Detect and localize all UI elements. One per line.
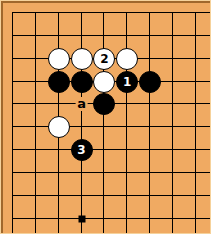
star-point — [78, 215, 85, 222]
black-stone — [48, 71, 70, 93]
board-intersection — [103, 149, 126, 172]
board-intersection — [126, 103, 149, 126]
board-intersection — [172, 81, 195, 104]
board-intersection — [172, 195, 195, 218]
board-intersection — [172, 12, 195, 35]
board-intersection — [12, 172, 35, 195]
board-intersection — [35, 172, 58, 195]
board-intersection — [172, 218, 195, 234]
white-stone — [93, 71, 115, 93]
frame-shadow-left — [1, 1, 3, 234]
board-intersection — [103, 103, 126, 126]
board-intersection — [35, 149, 58, 172]
board-intersection — [149, 126, 172, 149]
board-intersection — [58, 12, 81, 35]
board-intersection — [103, 195, 126, 218]
board-intersection — [12, 218, 35, 234]
board-intersection — [149, 218, 172, 234]
board-intersection — [149, 35, 172, 58]
white-stone — [48, 116, 70, 138]
board-intersection — [195, 12, 211, 35]
frame-highlight-right — [210, 0, 211, 234]
board-intersection — [35, 12, 58, 35]
point-label: a — [75, 97, 88, 111]
board-intersection — [12, 149, 35, 172]
board-intersection — [81, 218, 104, 234]
black-stone: 1 — [116, 71, 138, 93]
board-intersection — [195, 149, 211, 172]
board-intersection — [172, 149, 195, 172]
board-intersection — [103, 126, 126, 149]
white-stone — [48, 48, 70, 70]
board-intersection — [103, 218, 126, 234]
board-intersection — [126, 195, 149, 218]
black-stone — [139, 71, 161, 93]
board-intersection — [12, 103, 35, 126]
board-intersection — [149, 81, 172, 104]
board-intersection — [103, 12, 126, 35]
board-intersection — [126, 12, 149, 35]
board-intersection — [12, 12, 35, 35]
white-stone — [116, 48, 138, 70]
board-intersection — [172, 35, 195, 58]
board-intersection — [126, 218, 149, 234]
move-number: 1 — [123, 76, 131, 88]
black-stone — [93, 93, 115, 115]
black-stone: 3 — [71, 139, 93, 161]
board-intersection — [12, 195, 35, 218]
board-intersection — [149, 172, 172, 195]
board-intersection — [103, 172, 126, 195]
black-stone — [71, 71, 93, 93]
board-intersection — [195, 195, 211, 218]
board-intersection — [35, 195, 58, 218]
white-stone: 2 — [93, 48, 115, 70]
board-intersection — [12, 58, 35, 81]
board-intersection — [58, 172, 81, 195]
frame-highlight-bottom — [0, 233, 211, 234]
board-intersection — [149, 103, 172, 126]
move-number: 2 — [100, 53, 108, 65]
board-intersection — [172, 103, 195, 126]
board-intersection — [126, 149, 149, 172]
board-intersection — [149, 12, 172, 35]
board-intersection: 3 — [81, 149, 104, 172]
board-intersection — [149, 195, 172, 218]
board-intersection — [81, 12, 104, 35]
go-board: 21a3 — [12, 12, 211, 234]
white-stone — [71, 48, 93, 70]
board-intersection — [195, 218, 211, 234]
board-intersection — [195, 35, 211, 58]
move-number: 3 — [77, 144, 85, 156]
board-intersection — [126, 126, 149, 149]
board-intersection — [149, 149, 172, 172]
board-intersection — [12, 81, 35, 104]
board-intersection — [126, 172, 149, 195]
board-intersection — [172, 126, 195, 149]
board-intersection — [195, 126, 211, 149]
board-intersection — [81, 172, 104, 195]
board-intersection — [12, 35, 35, 58]
board-intersection — [172, 172, 195, 195]
board-intersection — [172, 58, 195, 81]
board-intersection — [195, 103, 211, 126]
board-intersection — [35, 218, 58, 234]
board-intersection — [195, 58, 211, 81]
board-intersection — [195, 172, 211, 195]
board-intersection — [12, 126, 35, 149]
board-intersection — [195, 81, 211, 104]
go-diagram: 21a3 — [0, 0, 211, 234]
frame-shadow-top — [0, 1, 211, 3]
